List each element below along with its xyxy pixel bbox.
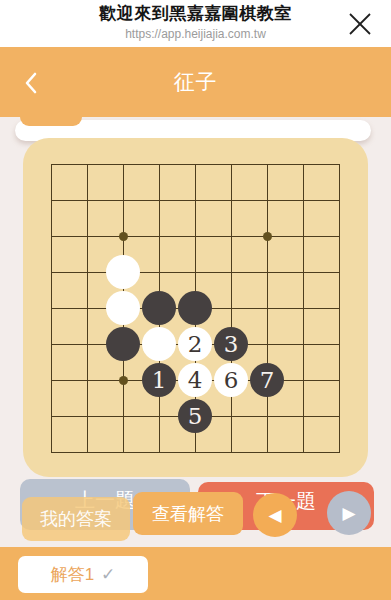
bottom-bar: 解答1 ✓ (0, 547, 391, 600)
browser-url: https://app.heijiajia.com.tw (0, 27, 391, 41)
stone-move-4[interactable]: 4 (178, 363, 212, 397)
app-page: 歡迎來到黑嘉嘉圍棋教室 https://app.heijiajia.com.tw… (0, 0, 391, 600)
stone-move-1[interactable]: 1 (142, 363, 176, 397)
right-triangle-icon: ▶ (342, 503, 355, 524)
content-area: 2314675 上一題 下一題 我的答案 查看解答 ◀ ▶ (0, 117, 391, 547)
stone-move-6[interactable]: 6 (214, 363, 248, 397)
stone-white[interactable] (106, 255, 140, 289)
my-answer-button[interactable]: 我的答案 (22, 497, 130, 541)
check-icon: ✓ (101, 564, 115, 585)
next-arrow-button[interactable]: ▶ (327, 491, 371, 535)
stone-move-2[interactable]: 2 (178, 327, 212, 361)
header-tab-decoration (20, 117, 82, 126)
stone-white[interactable] (106, 291, 140, 325)
stone-move-5[interactable]: 5 (178, 399, 212, 433)
star-point (119, 376, 128, 385)
go-board-grid[interactable]: 2314675 (51, 164, 340, 453)
view-solution-button[interactable]: 查看解答 (133, 492, 243, 535)
page-title: 征子 (174, 68, 218, 96)
stone-black[interactable] (178, 291, 212, 325)
browser-page-title: 歡迎來到黑嘉嘉圍棋教室 (0, 2, 391, 25)
left-triangle-icon: ◀ (268, 505, 281, 526)
app-header: 征子 (0, 47, 391, 117)
stone-black[interactable] (142, 291, 176, 325)
close-icon[interactable] (347, 11, 373, 37)
stone-move-3[interactable]: 3 (214, 327, 248, 361)
go-board-card: 2314675 (23, 138, 368, 477)
browser-top-bar: 歡迎來到黑嘉嘉圍棋教室 https://app.heijiajia.com.tw (0, 0, 391, 47)
stone-white[interactable] (142, 327, 176, 361)
stone-black[interactable] (106, 327, 140, 361)
solution-label: 解答1 (51, 563, 94, 586)
previous-arrow-button[interactable]: ◀ (253, 493, 297, 537)
stone-move-7[interactable]: 7 (250, 363, 284, 397)
star-point (263, 232, 272, 241)
solution-1-chip[interactable]: 解答1 ✓ (18, 556, 148, 593)
back-chevron-icon[interactable] (23, 72, 39, 94)
star-point (119, 232, 128, 241)
